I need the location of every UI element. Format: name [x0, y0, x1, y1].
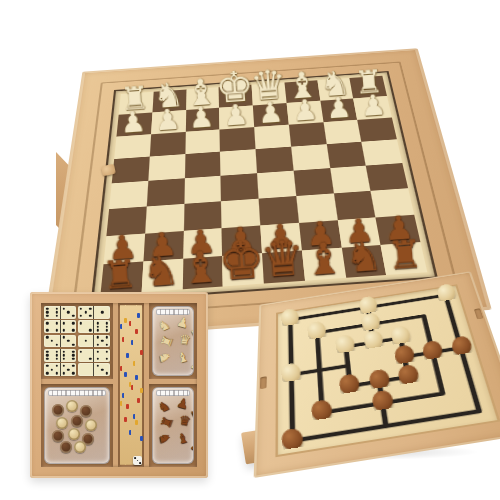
domino-half [78, 320, 95, 333]
chess-board: ♜♞♝♚♛♝♞♜♟♟♟♟♟♟♟♟♟♟♟♟♟♟♟♟♜♞♝♚♛♝♞♜ [91, 71, 438, 303]
domino-pip [55, 343, 57, 345]
mikado-sticks [120, 305, 142, 465]
domino-pip [63, 354, 65, 356]
domino-pip [106, 329, 108, 331]
domino-tile [78, 349, 110, 362]
bagged-chess-piece: ♜ [159, 334, 175, 349]
chess-square: ♟ [151, 110, 186, 134]
chess-piece-dark-knight: ♞ [141, 249, 181, 293]
domino-half [61, 335, 77, 348]
domino-pip [96, 343, 98, 345]
domino-pip [89, 308, 91, 310]
domino-half [44, 363, 61, 376]
chess-piece-light-pawn: ♟ [222, 100, 249, 130]
domino-half [94, 306, 110, 319]
domino-pip [106, 336, 108, 338]
checkers-disc [68, 428, 80, 440]
domino-pip [63, 372, 65, 374]
domino-half [44, 320, 61, 333]
chess-square: ♟ [219, 105, 254, 129]
compartment-dark-pieces-bag: ♞♟♝♜♛♟♞♝♟ [149, 384, 197, 467]
chess-square [150, 132, 186, 157]
chess-square: ♟ [320, 98, 358, 122]
domino-pip [80, 322, 82, 324]
domino-pip [106, 322, 108, 324]
domino-half [78, 363, 95, 376]
chess-square [185, 129, 220, 154]
domino-pip [67, 340, 69, 342]
finger-notch [260, 376, 267, 389]
domino-pip [63, 308, 65, 310]
bagged-chess-piece: ♟ [190, 341, 194, 358]
domino-pip [51, 368, 53, 370]
domino-half [78, 349, 95, 362]
domino-pip [96, 336, 98, 338]
morris-piece-black [450, 335, 472, 357]
dominoes-stack [44, 306, 110, 376]
domino-tile [78, 306, 110, 319]
chess-square [114, 134, 151, 159]
domino-pip [55, 358, 57, 360]
morris-piece-black [393, 344, 415, 366]
domino-pip [72, 315, 74, 317]
domino-pip [55, 354, 57, 356]
domino-pip [72, 329, 74, 331]
bagged-chess-piece: ♛ [178, 332, 192, 347]
bag-dark-chess-pieces: ♞♟♝♜♛♟♞♝♟ [152, 387, 194, 464]
checkers-disc [60, 441, 72, 453]
domino-pip [89, 329, 91, 331]
morris-piece-white [390, 325, 411, 346]
finger-notch [474, 308, 484, 319]
morris-piece-black [422, 339, 444, 361]
domino-half [94, 335, 110, 348]
domino-pip [63, 329, 65, 331]
chess-piece-dark-bishop: ♝ [302, 235, 344, 281]
bag-dark-content: ♞♟♝♜♛♟♞♝♟ [155, 396, 191, 461]
domino-pip [96, 325, 98, 327]
domino-tile [44, 363, 76, 376]
morris-piece-black [367, 368, 390, 391]
compartment-checkers-bag [41, 384, 113, 467]
domino-pip [106, 351, 108, 353]
bag-light-content: ♞♟♝♜♛♟♞♝♟ [155, 315, 191, 373]
checkers-disc [56, 417, 68, 429]
stick-color-band [140, 436, 143, 441]
domino-pip [89, 315, 91, 317]
domino-pip [96, 358, 98, 360]
domino-pip [96, 329, 98, 331]
chess-square: ♟ [353, 96, 391, 120]
domino-half [94, 363, 110, 376]
domino-tile [44, 306, 76, 319]
chess-piece-light-pawn: ♟ [257, 97, 284, 127]
bagged-chess-piece: ♞ [156, 398, 172, 415]
morris-piece-black [397, 364, 420, 387]
morris-piece-white [436, 283, 456, 303]
domino-pip [80, 315, 82, 317]
dice [133, 456, 142, 465]
domino-pip [46, 315, 48, 317]
domino-tile [44, 349, 76, 362]
morris-piece-white [335, 334, 356, 355]
chess-square [256, 147, 294, 173]
domino-half [78, 335, 95, 348]
domino-tile [78, 335, 110, 348]
chess-square [289, 122, 327, 147]
compartment-dominoes [41, 303, 113, 379]
mikado-stick [140, 305, 142, 465]
domino-pip [55, 365, 57, 367]
storage-compartments: ♞♟♝♜♛♟♞♝♟ ♞♟♝♜♛♟♞♝♟ [41, 303, 197, 467]
bag-checkers-content [47, 396, 107, 461]
domino-pip [63, 322, 65, 324]
chess-piece-light-pawn: ♟ [326, 93, 353, 123]
domino-pip [55, 372, 57, 374]
bag-checkers [44, 387, 110, 464]
domino-pip [72, 358, 74, 360]
domino-pip [72, 322, 74, 324]
checkers-disc [71, 415, 83, 427]
chess-square [257, 171, 296, 199]
domino-pip [46, 336, 48, 338]
bag-light-chess-pieces: ♞♟♝♜♛♟♞♝♟ [152, 306, 194, 376]
domino-pip [84, 311, 86, 313]
chess-square [366, 163, 408, 191]
die-pip [134, 457, 136, 459]
chess-square [109, 181, 148, 209]
chess-game-box: ♜♞♝♚♛♝♞♜♟♟♟♟♟♟♟♟♟♟♟♟♟♟♟♟♜♞♝♚♛♝♞♜ [50, 2, 454, 272]
bagged-chess-piece: ♟ [190, 422, 194, 439]
domino-pip [80, 308, 82, 310]
bagged-chess-piece: ♛ [178, 413, 192, 428]
bagged-chess-piece: ♝ [176, 431, 191, 447]
domino-pip [46, 329, 48, 331]
chess-piece-dark-rook: ♜ [387, 235, 424, 276]
domino-pip [101, 368, 103, 370]
domino-pip [46, 372, 48, 374]
checkers-disc [85, 419, 97, 431]
domino-pip [96, 365, 98, 367]
domino-pip [106, 358, 108, 360]
domino-pip [72, 354, 74, 356]
chess-piece-light-pawn: ♟ [360, 90, 387, 120]
morris-piece-white [306, 320, 327, 341]
chess-square [326, 142, 366, 168]
domino-pip [96, 351, 98, 353]
chess-square: ♜ [381, 242, 427, 275]
domino-pip [72, 372, 74, 374]
chess-piece-dark-bishop: ♝ [180, 244, 222, 290]
domino-half [94, 349, 110, 362]
domino-pip [63, 336, 65, 338]
domino-pip [63, 351, 65, 353]
checkers-disc [52, 430, 64, 442]
chess-square [112, 157, 150, 184]
chess-square [184, 176, 221, 204]
chess-square [357, 117, 397, 142]
domino-pip [106, 325, 108, 327]
domino-pip [46, 351, 48, 353]
domino-pip [55, 329, 57, 331]
domino-pip [55, 322, 57, 324]
domino-pip [106, 372, 108, 374]
bagged-chess-piece: ♞ [156, 317, 172, 334]
die-pip [139, 462, 141, 464]
domino-pip [80, 351, 82, 353]
morris-perspective-wrapper [238, 276, 496, 480]
chess-square: ♟ [116, 112, 152, 136]
domino-half [61, 306, 77, 319]
chess-piece-dark-rook: ♜ [101, 255, 138, 296]
chess-square [330, 166, 371, 194]
domino-pip [55, 315, 57, 317]
chess-perspective-wrapper: ♜♞♝♚♛♝♞♜♟♟♟♟♟♟♟♟♟♟♟♟♟♟♟♟♜♞♝♚♛♝♞♜ [50, 2, 454, 272]
domino-half [44, 349, 61, 362]
storage-box: ♞♟♝♜♛♟♞♝♟ ♞♟♝♜♛♟♞♝♟ [30, 292, 208, 478]
checkers-disc [80, 405, 92, 417]
bagged-chess-piece: ♞ [157, 351, 172, 365]
product-photo-canvas: ♜♞♝♚♛♝♞♜♟♟♟♟♟♟♟♟♟♟♟♟♟♟♟♟♜♞♝♚♛♝♞♜ ♞♟♝♜♛♟♞… [0, 0, 500, 500]
morris-piece-white [279, 362, 301, 384]
chess-square: ♜ [100, 262, 143, 295]
domino-pip [46, 365, 48, 367]
chess-square [291, 144, 330, 170]
chess-piece-light-pawn: ♟ [119, 107, 146, 137]
domino-half [61, 363, 77, 376]
bagged-chess-piece: ♝ [176, 350, 191, 366]
domino-half [61, 320, 77, 333]
chess-piece-dark-knight: ♞ [345, 235, 385, 279]
chess-square [221, 173, 259, 201]
morris-piece-white [360, 312, 381, 333]
chess-square: ♟ [253, 103, 289, 127]
morris-piece-white [362, 329, 383, 350]
domino-pip [63, 358, 65, 360]
domino-pip [67, 368, 69, 370]
chess-square [220, 127, 256, 152]
morris-board [275, 284, 500, 457]
chess-piece-light-pawn: ♟ [291, 95, 318, 125]
chess-board-grid: ♜♞♝♚♛♝♞♜♟♟♟♟♟♟♟♟♟♟♟♟♟♟♟♟♜♞♝♚♛♝♞♜ [100, 76, 427, 295]
stick-color-band [140, 350, 143, 355]
domino-pip [101, 311, 103, 313]
domino-pip [106, 343, 108, 345]
chess-piece-light-pawn: ♟ [188, 102, 215, 132]
domino-pip [72, 365, 74, 367]
domino-tile [44, 335, 76, 348]
chess-square: ♝ [182, 256, 223, 289]
domino-pip [63, 365, 65, 367]
checkers-disc [66, 400, 78, 412]
chess-square [323, 119, 362, 144]
chess-square [220, 149, 257, 175]
chess-square [362, 139, 403, 165]
chess-square: ♞ [141, 259, 182, 292]
domino-pip [55, 311, 57, 313]
domino-half [61, 349, 77, 362]
stick-color-band [140, 388, 143, 393]
chess-square [254, 124, 291, 149]
domino-half [44, 335, 61, 348]
die-pip [137, 460, 139, 462]
bagged-chess-piece: ♞ [157, 432, 172, 446]
domino-pip [101, 340, 103, 342]
domino-pip [72, 343, 74, 345]
domino-half [78, 306, 95, 319]
domino-tile [78, 363, 110, 376]
compartment-mikado-sticks [118, 303, 144, 467]
chess-square: ♞ [341, 245, 386, 278]
domino-pip [46, 358, 48, 360]
bagged-chess-piece: ♜ [159, 415, 175, 430]
domino-pip [67, 311, 69, 313]
domino-pip [46, 308, 48, 310]
chess-square [148, 154, 185, 181]
domino-pip [55, 308, 57, 310]
domino-tile [44, 320, 76, 333]
morris-pieces-layer [275, 284, 500, 457]
chess-square [147, 178, 185, 206]
morris-box-top-face [254, 271, 500, 478]
morris-game-box [238, 276, 496, 480]
checkers-disc [52, 404, 64, 416]
domino-half [94, 320, 110, 333]
domino-tile [78, 320, 110, 333]
morris-piece-black [279, 427, 303, 451]
domino-pip [51, 340, 53, 342]
morris-piece-black [338, 373, 361, 396]
domino-pip [55, 351, 57, 353]
domino-pip [84, 340, 86, 342]
chess-square: ♟ [286, 101, 323, 125]
checkers-disc [74, 441, 86, 453]
chess-square: ♟ [185, 108, 219, 132]
morris-piece-white [357, 295, 377, 315]
domino-half [44, 306, 61, 319]
compartment-light-pieces-bag: ♞♟♝♜♛♟♞♝♟ [149, 303, 197, 379]
morris-piece-white [279, 307, 299, 327]
domino-pip [46, 311, 48, 313]
domino-pip [46, 322, 48, 324]
domino-pip [46, 354, 48, 356]
chess-piece-light-pawn: ♟ [154, 105, 181, 135]
domino-pip [96, 322, 98, 324]
chess-square [184, 152, 220, 178]
domino-pip [72, 351, 74, 353]
morris-piece-black [310, 399, 334, 423]
chess-square [293, 168, 333, 196]
domino-pip [89, 358, 91, 360]
morris-piece-black [370, 389, 394, 413]
